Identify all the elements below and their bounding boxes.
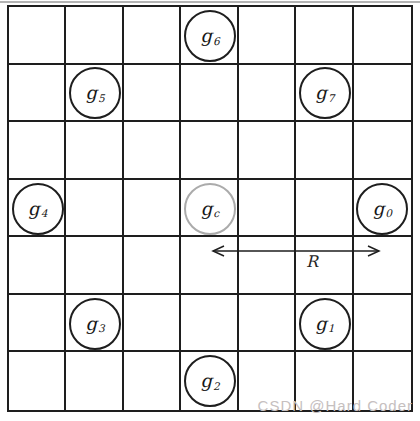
node-label-base: g: [28, 200, 40, 218]
node-label-sub: 1: [328, 323, 335, 334]
radius-arrow: [210, 243, 382, 257]
node-label-sub: 3: [98, 323, 105, 334]
node-gc: gc: [184, 183, 236, 235]
node-g7: g7: [299, 67, 351, 119]
node-label-base: g: [373, 200, 385, 218]
node-g2: g2: [184, 355, 236, 407]
node-g6: g6: [184, 10, 236, 62]
node-g4: g4: [12, 183, 64, 235]
node-label-base: g: [315, 315, 327, 333]
node-label-sub: 7: [328, 93, 335, 104]
node-label-sub: 6: [213, 36, 220, 47]
node-label-sub: 4: [41, 208, 48, 219]
node-g0: g0: [356, 183, 408, 235]
node-label-sub: 5: [98, 93, 105, 104]
node-label-sub: 2: [213, 381, 220, 392]
scan-edge-artifact: [0, 1, 420, 3]
node-label-base: g: [201, 200, 213, 218]
node-g1: g1: [299, 298, 351, 350]
node-label-base: g: [86, 315, 98, 333]
node-label-base: g: [200, 372, 212, 390]
watermark-text: CSDN @Hard Coder: [258, 398, 413, 413]
node-label-sub: c: [213, 208, 219, 219]
node-label-sub: 0: [385, 208, 392, 219]
node-g3: g3: [69, 298, 121, 350]
node-g5: g5: [69, 67, 121, 119]
node-label-base: g: [86, 84, 98, 102]
radius-label: R: [300, 253, 324, 271]
board: R g6g5g7g4gcg0g3g1g2: [7, 5, 413, 412]
node-label-base: g: [200, 27, 212, 45]
node-label-base: g: [315, 84, 327, 102]
pieces-layer: R g6g5g7g4gcg0g3g1g2: [9, 7, 411, 410]
